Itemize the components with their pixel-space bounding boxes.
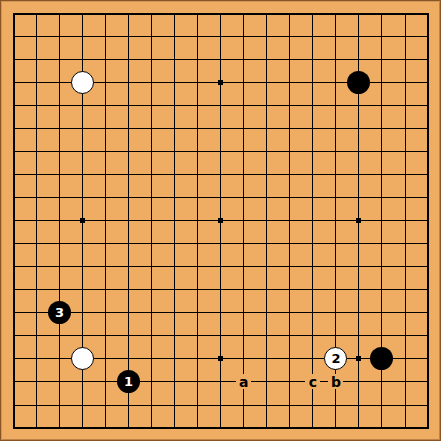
grid-line-vertical (312, 13, 313, 430)
star-point (218, 356, 223, 361)
go-board-grid: acb312 (2, 2, 441, 441)
grid-line-horizontal (13, 289, 430, 290)
star-point (80, 218, 85, 223)
grid-line-horizontal (13, 243, 430, 244)
grid-line-vertical (405, 13, 406, 430)
grid-line-vertical (266, 13, 267, 430)
stone-black (370, 347, 393, 370)
stone-black-move-1: 1 (117, 370, 140, 393)
stone-black-move-3: 3 (48, 301, 71, 324)
point-label-b: b (328, 374, 343, 389)
grid-line-horizontal (13, 427, 430, 429)
grid-line-horizontal (13, 405, 430, 406)
star-point (218, 218, 223, 223)
grid-line-vertical (289, 13, 290, 430)
stone-white-move-2: 2 (324, 347, 347, 370)
star-point (218, 80, 223, 85)
grid-line-vertical (243, 13, 244, 430)
grid-line-horizontal (13, 381, 430, 382)
star-point (356, 356, 361, 361)
grid-line-horizontal (13, 266, 430, 267)
go-board: acb312 (0, 0, 441, 441)
stone-white (71, 71, 94, 94)
stone-white (71, 347, 94, 370)
point-label-a: a (236, 374, 251, 389)
grid-line-vertical (427, 13, 429, 430)
star-point (356, 218, 361, 223)
grid-line-horizontal (13, 335, 430, 336)
point-label-c: c (305, 374, 320, 389)
grid-line-horizontal (13, 312, 430, 313)
stone-black (347, 71, 370, 94)
